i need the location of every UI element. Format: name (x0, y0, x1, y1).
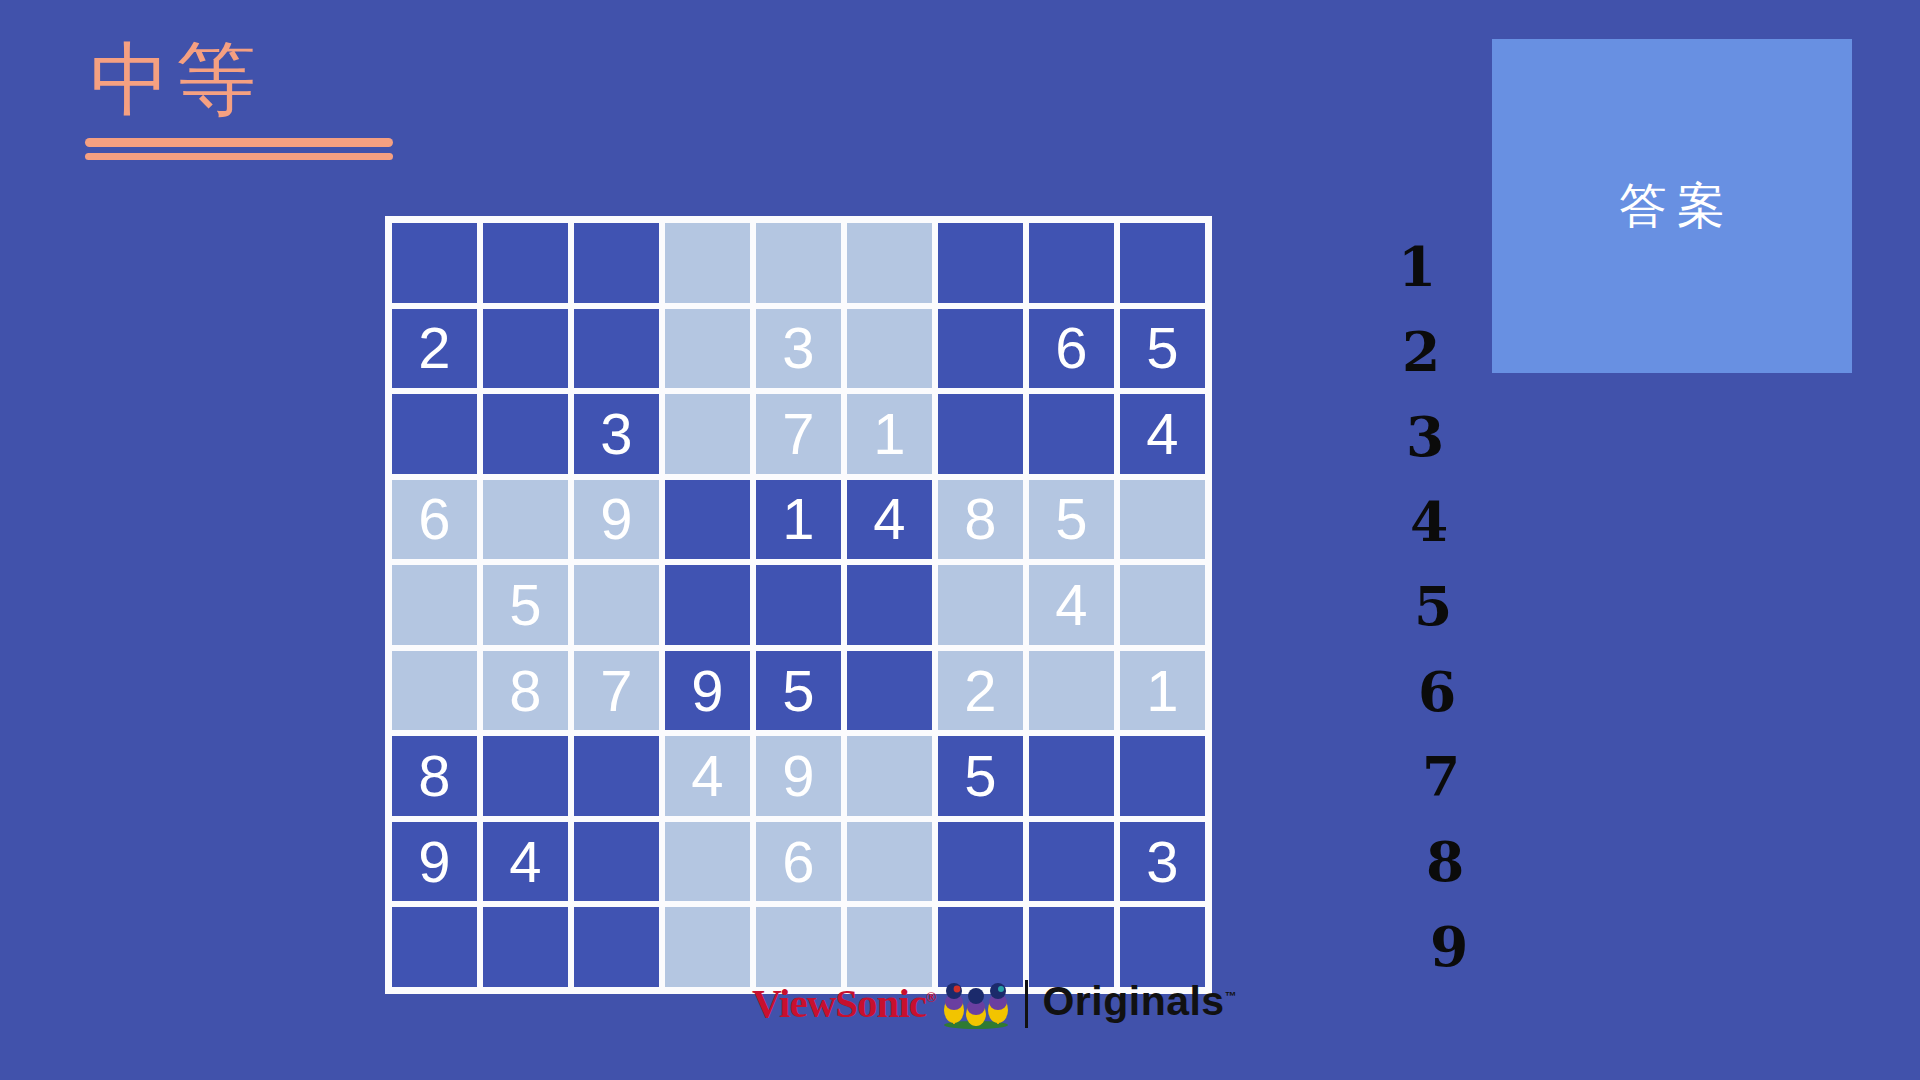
sudoku-cell-r3c3[interactable]: 3 (574, 394, 659, 474)
sudoku-cell-r4c2[interactable] (483, 480, 568, 560)
answer-button-label: 答案 (1609, 174, 1735, 238)
sudoku-cell-r4c6[interactable]: 4 (847, 480, 932, 560)
sudoku-cell-r6c2[interactable]: 8 (483, 651, 568, 731)
side-number-1: 1 (1398, 224, 1478, 309)
sudoku-cell-r3c8[interactable] (1029, 394, 1114, 474)
sudoku-cell-r5c6[interactable] (847, 565, 932, 645)
sudoku-cell-r6c4[interactable]: 9 (665, 651, 750, 731)
side-number-2: 2 (1402, 309, 1482, 394)
sudoku-cell-r2c6[interactable] (847, 309, 932, 389)
sudoku-cell-r8c7[interactable] (938, 822, 1023, 902)
sudoku-cell-r8c6[interactable] (847, 822, 932, 902)
sudoku-cell-r3c4[interactable] (665, 394, 750, 474)
title-underline-top (85, 138, 393, 147)
sudoku-cell-r1c8[interactable] (1029, 223, 1114, 303)
sudoku-cell-r5c9[interactable] (1120, 565, 1205, 645)
sudoku-cell-r2c8[interactable]: 6 (1029, 309, 1114, 389)
sudoku-cell-r4c8[interactable]: 5 (1029, 480, 1114, 560)
side-number-7: 7 (1422, 734, 1502, 819)
side-number-3: 3 (1406, 394, 1486, 479)
originals-product-text: Originals (1042, 978, 1224, 1024)
sudoku-cell-r9c2[interactable] (483, 907, 568, 987)
sudoku-cell-r7c9[interactable] (1120, 736, 1205, 816)
sudoku-cell-r9c4[interactable] (665, 907, 750, 987)
originals-wordmark: Originals™ (1042, 981, 1237, 1030)
sudoku-cell-r5c8[interactable]: 4 (1029, 565, 1114, 645)
sudoku-cell-r4c4[interactable] (665, 480, 750, 560)
sudoku-cell-r7c8[interactable] (1029, 736, 1114, 816)
sudoku-cell-r6c8[interactable] (1029, 651, 1114, 731)
sudoku-cell-r1c7[interactable] (938, 223, 1023, 303)
side-number-6: 6 (1418, 649, 1498, 734)
sudoku-cell-r8c5[interactable]: 6 (756, 822, 841, 902)
sudoku-cell-r8c9[interactable]: 3 (1120, 822, 1205, 902)
sudoku-cell-r2c9[interactable]: 5 (1120, 309, 1205, 389)
sudoku-cell-r2c7[interactable] (938, 309, 1023, 389)
registered-mark: ® (926, 990, 935, 1005)
logo-divider (1025, 980, 1028, 1028)
side-number-9: 9 (1430, 904, 1510, 989)
sudoku-cell-r9c1[interactable] (392, 907, 477, 987)
sudoku-cell-r9c3[interactable] (574, 907, 659, 987)
viewsonic-finches-icon (941, 976, 1011, 1030)
sudoku-cell-r4c9[interactable] (1120, 480, 1205, 560)
sudoku-cell-r7c4[interactable]: 4 (665, 736, 750, 816)
footer-logo: ViewSonic® Originals™ (752, 968, 1237, 1030)
sudoku-cell-r6c7[interactable]: 2 (938, 651, 1023, 731)
sudoku-cell-r4c1[interactable]: 6 (392, 480, 477, 560)
side-number-8: 8 (1426, 819, 1506, 904)
sudoku-cell-r3c1[interactable] (392, 394, 477, 474)
sudoku-cell-r2c4[interactable] (665, 309, 750, 389)
sudoku-cell-r3c2[interactable] (483, 394, 568, 474)
sudoku-cell-r8c8[interactable] (1029, 822, 1114, 902)
side-number-4: 4 (1410, 479, 1490, 564)
sudoku-cell-r6c9[interactable]: 1 (1120, 651, 1205, 731)
sudoku-cell-r5c3[interactable] (574, 565, 659, 645)
sudoku-cell-r1c5[interactable] (756, 223, 841, 303)
title-underline-bottom (85, 153, 393, 160)
sudoku-cell-r4c3[interactable]: 9 (574, 480, 659, 560)
sudoku-cell-r1c1[interactable] (392, 223, 477, 303)
sudoku-cell-r6c1[interactable] (392, 651, 477, 731)
sudoku-cell-r1c6[interactable] (847, 223, 932, 303)
sudoku-cell-r6c6[interactable] (847, 651, 932, 731)
trademark-mark: ™ (1225, 989, 1238, 1003)
sudoku-cell-r7c5[interactable]: 9 (756, 736, 841, 816)
side-number-5: 5 (1414, 564, 1494, 649)
sudoku-board: 236537146914855487952184959463 (385, 216, 1212, 994)
answer-button[interactable]: 答案 (1492, 39, 1852, 373)
sudoku-cell-r8c3[interactable] (574, 822, 659, 902)
sudoku-cell-r8c4[interactable] (665, 822, 750, 902)
sudoku-cell-r6c5[interactable]: 5 (756, 651, 841, 731)
sudoku-cell-r4c5[interactable]: 1 (756, 480, 841, 560)
sudoku-cell-r1c3[interactable] (574, 223, 659, 303)
sudoku-cell-r2c1[interactable]: 2 (392, 309, 477, 389)
sudoku-cell-r4c7[interactable]: 8 (938, 480, 1023, 560)
sudoku-cell-r5c4[interactable] (665, 565, 750, 645)
sudoku-cell-r3c9[interactable]: 4 (1120, 394, 1205, 474)
sudoku-cell-r5c1[interactable] (392, 565, 477, 645)
sudoku-cell-r6c3[interactable]: 7 (574, 651, 659, 731)
sudoku-cell-r7c2[interactable] (483, 736, 568, 816)
sudoku-cell-r8c1[interactable]: 9 (392, 822, 477, 902)
viewsonic-brand-text: ViewSonic (752, 980, 926, 1026)
sudoku-cell-r3c6[interactable]: 1 (847, 394, 932, 474)
sudoku-cell-r2c3[interactable] (574, 309, 659, 389)
viewsonic-wordmark: ViewSonic® (752, 983, 935, 1030)
sudoku-cell-r5c2[interactable]: 5 (483, 565, 568, 645)
sudoku-cell-r7c7[interactable]: 5 (938, 736, 1023, 816)
sudoku-cell-r1c9[interactable] (1120, 223, 1205, 303)
sudoku-cell-r8c2[interactable]: 4 (483, 822, 568, 902)
page-title: 中等 (90, 34, 262, 126)
sudoku-cell-r5c5[interactable] (756, 565, 841, 645)
sudoku-cell-r3c7[interactable] (938, 394, 1023, 474)
sudoku-cell-r7c3[interactable] (574, 736, 659, 816)
sudoku-cell-r5c7[interactable] (938, 565, 1023, 645)
sudoku-cell-r1c4[interactable] (665, 223, 750, 303)
sudoku-cell-r2c5[interactable]: 3 (756, 309, 841, 389)
sudoku-cell-r7c1[interactable]: 8 (392, 736, 477, 816)
sudoku-cell-r3c5[interactable]: 7 (756, 394, 841, 474)
sudoku-cell-r2c2[interactable] (483, 309, 568, 389)
sudoku-cell-r7c6[interactable] (847, 736, 932, 816)
sudoku-cell-r1c2[interactable] (483, 223, 568, 303)
